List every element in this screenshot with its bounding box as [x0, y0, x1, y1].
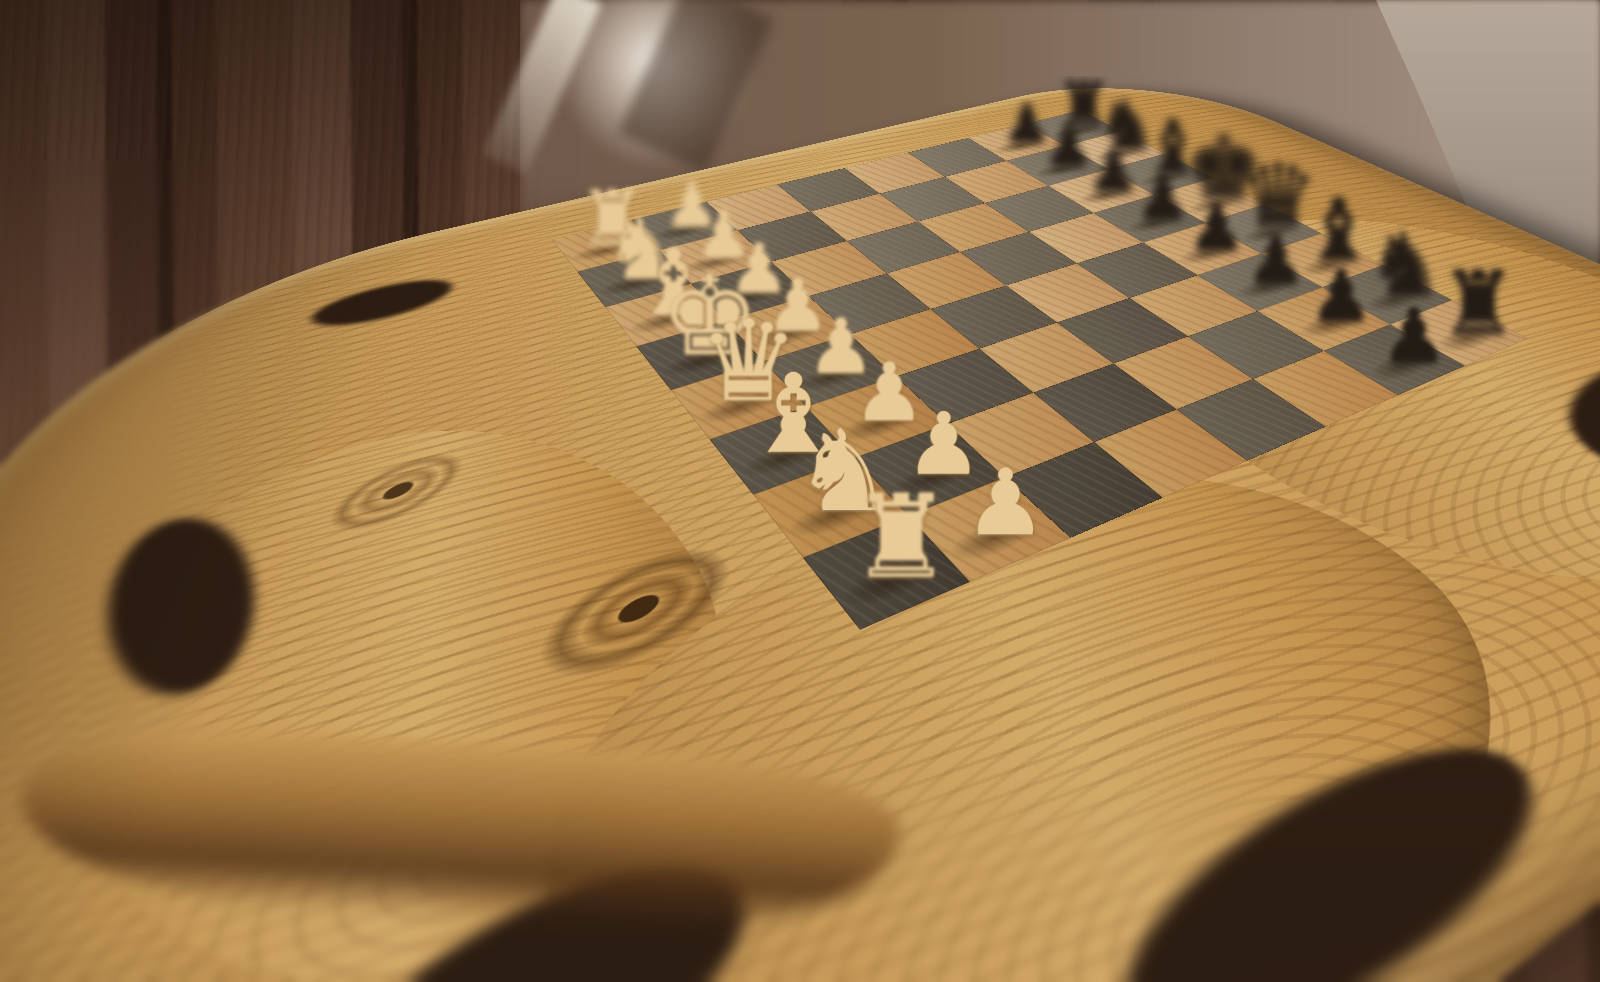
- photo-scene: ♜♟♟♜♞♟♟♞♝♟♟♝♚♟♟♚♛♟♟♛♝♟♟♝♞♟♟♞♜♟♟♜: [0, 0, 1600, 982]
- bark-edge: [307, 272, 460, 335]
- depth-of-field-blur-left: [0, 160, 270, 820]
